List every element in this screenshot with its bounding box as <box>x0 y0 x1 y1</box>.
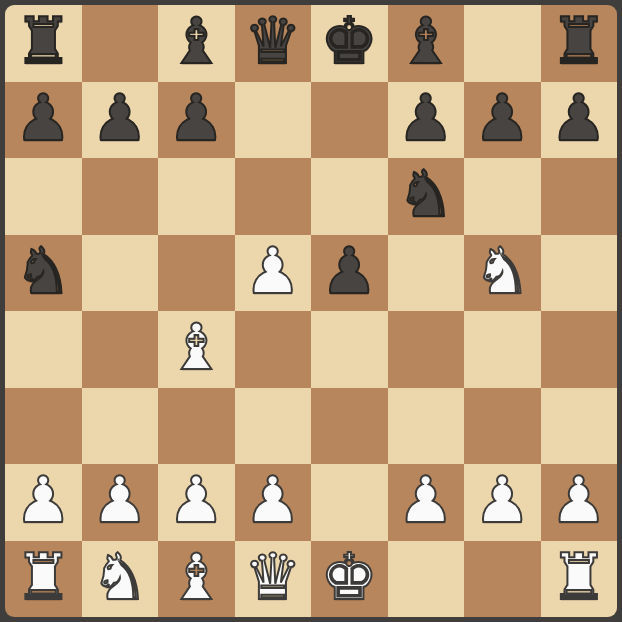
square-e6[interactable] <box>311 158 388 235</box>
square-g8[interactable] <box>464 5 541 82</box>
white-king[interactable]: ♚ <box>321 545 378 609</box>
black-rook[interactable]: ♜ <box>550 9 607 73</box>
chess-board: ♜♝♛♚♝♜♟♟♟♟♟♟♞♞♟♟♞♝♟♟♟♟♟♟♟♜♞♝♛♚♜ <box>5 5 617 617</box>
square-c1[interactable]: ♝ <box>158 541 235 618</box>
square-f6[interactable]: ♞ <box>388 158 465 235</box>
square-e7[interactable] <box>311 82 388 159</box>
square-c5[interactable] <box>158 235 235 312</box>
white-pawn[interactable]: ♟ <box>168 468 225 532</box>
white-bishop[interactable]: ♝ <box>168 545 225 609</box>
square-a3[interactable] <box>5 388 82 465</box>
square-d3[interactable] <box>235 388 312 465</box>
square-a6[interactable] <box>5 158 82 235</box>
black-king[interactable]: ♚ <box>321 9 378 73</box>
square-h4[interactable] <box>541 311 618 388</box>
black-knight[interactable]: ♞ <box>15 239 72 303</box>
square-a1[interactable]: ♜ <box>5 541 82 618</box>
white-queen[interactable]: ♛ <box>244 545 301 609</box>
white-bishop[interactable]: ♝ <box>168 315 225 379</box>
square-e2[interactable] <box>311 464 388 541</box>
square-c2[interactable]: ♟ <box>158 464 235 541</box>
black-rook[interactable]: ♜ <box>15 9 72 73</box>
black-pawn[interactable]: ♟ <box>15 86 72 150</box>
square-g5[interactable]: ♞ <box>464 235 541 312</box>
white-pawn[interactable]: ♟ <box>550 468 607 532</box>
white-pawn[interactable]: ♟ <box>397 468 454 532</box>
square-g4[interactable] <box>464 311 541 388</box>
square-e8[interactable]: ♚ <box>311 5 388 82</box>
square-c4[interactable]: ♝ <box>158 311 235 388</box>
square-b1[interactable]: ♞ <box>82 541 159 618</box>
white-pawn[interactable]: ♟ <box>474 468 531 532</box>
square-c6[interactable] <box>158 158 235 235</box>
square-b7[interactable]: ♟ <box>82 82 159 159</box>
black-pawn[interactable]: ♟ <box>91 86 148 150</box>
black-bishop[interactable]: ♝ <box>168 9 225 73</box>
square-a5[interactable]: ♞ <box>5 235 82 312</box>
square-b3[interactable] <box>82 388 159 465</box>
black-knight[interactable]: ♞ <box>397 162 454 226</box>
square-d8[interactable]: ♛ <box>235 5 312 82</box>
square-b6[interactable] <box>82 158 159 235</box>
square-h6[interactable] <box>541 158 618 235</box>
square-e4[interactable] <box>311 311 388 388</box>
square-a4[interactable] <box>5 311 82 388</box>
board-frame: ♜♝♛♚♝♜♟♟♟♟♟♟♞♞♟♟♞♝♟♟♟♟♟♟♟♜♞♝♛♚♜ <box>0 0 622 622</box>
square-f7[interactable]: ♟ <box>388 82 465 159</box>
square-h1[interactable]: ♜ <box>541 541 618 618</box>
square-f2[interactable]: ♟ <box>388 464 465 541</box>
square-b5[interactable] <box>82 235 159 312</box>
black-pawn[interactable]: ♟ <box>550 86 607 150</box>
square-g6[interactable] <box>464 158 541 235</box>
square-f8[interactable]: ♝ <box>388 5 465 82</box>
square-g3[interactable] <box>464 388 541 465</box>
square-g2[interactable]: ♟ <box>464 464 541 541</box>
square-b8[interactable] <box>82 5 159 82</box>
square-b2[interactable]: ♟ <box>82 464 159 541</box>
square-d5[interactable]: ♟ <box>235 235 312 312</box>
black-pawn[interactable]: ♟ <box>168 86 225 150</box>
square-d1[interactable]: ♛ <box>235 541 312 618</box>
white-pawn[interactable]: ♟ <box>244 239 301 303</box>
square-a8[interactable]: ♜ <box>5 5 82 82</box>
square-c7[interactable]: ♟ <box>158 82 235 159</box>
square-h8[interactable]: ♜ <box>541 5 618 82</box>
white-pawn[interactable]: ♟ <box>15 468 72 532</box>
white-pawn[interactable]: ♟ <box>244 468 301 532</box>
square-b4[interactable] <box>82 311 159 388</box>
white-knight[interactable]: ♞ <box>91 545 148 609</box>
square-d2[interactable]: ♟ <box>235 464 312 541</box>
white-rook[interactable]: ♜ <box>550 545 607 609</box>
square-c3[interactable] <box>158 388 235 465</box>
square-h5[interactable] <box>541 235 618 312</box>
square-a7[interactable]: ♟ <box>5 82 82 159</box>
square-e1[interactable]: ♚ <box>311 541 388 618</box>
black-queen[interactable]: ♛ <box>244 9 301 73</box>
square-h3[interactable] <box>541 388 618 465</box>
square-e3[interactable] <box>311 388 388 465</box>
square-a2[interactable]: ♟ <box>5 464 82 541</box>
square-d7[interactable] <box>235 82 312 159</box>
square-c8[interactable]: ♝ <box>158 5 235 82</box>
square-e5[interactable]: ♟ <box>311 235 388 312</box>
black-pawn[interactable]: ♟ <box>397 86 454 150</box>
square-g7[interactable]: ♟ <box>464 82 541 159</box>
square-f1[interactable] <box>388 541 465 618</box>
white-knight[interactable]: ♞ <box>474 239 531 303</box>
square-f3[interactable] <box>388 388 465 465</box>
white-pawn[interactable]: ♟ <box>91 468 148 532</box>
square-f5[interactable] <box>388 235 465 312</box>
black-pawn[interactable]: ♟ <box>474 86 531 150</box>
black-bishop[interactable]: ♝ <box>397 9 454 73</box>
square-h7[interactable]: ♟ <box>541 82 618 159</box>
square-d6[interactable] <box>235 158 312 235</box>
white-rook[interactable]: ♜ <box>15 545 72 609</box>
square-f4[interactable] <box>388 311 465 388</box>
square-h2[interactable]: ♟ <box>541 464 618 541</box>
square-d4[interactable] <box>235 311 312 388</box>
square-g1[interactable] <box>464 541 541 618</box>
black-pawn[interactable]: ♟ <box>321 239 378 303</box>
